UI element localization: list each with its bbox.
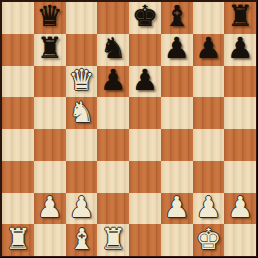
square-a8[interactable] (2, 2, 34, 34)
square-c2[interactable]: ♟ (66, 193, 98, 225)
white-pawn[interactable]: ♟ (195, 193, 221, 222)
white-pawn[interactable]: ♟ (37, 193, 63, 222)
square-c3[interactable] (66, 161, 98, 193)
black-king[interactable]: ♚ (132, 2, 158, 31)
square-g3[interactable] (193, 161, 225, 193)
square-f8[interactable]: ♝ (161, 2, 193, 34)
square-d4[interactable] (97, 129, 129, 161)
square-f4[interactable] (161, 129, 193, 161)
square-c1[interactable]: ♝ (66, 224, 98, 256)
board-grid: ♛♚♝♜♜♞♟♟♟♛♟♟♞♟♟♟♟♟♜♝♜♚ (2, 2, 256, 256)
square-c5[interactable]: ♞ (66, 97, 98, 129)
white-pawn[interactable]: ♟ (164, 193, 190, 222)
square-f7[interactable]: ♟ (161, 34, 193, 66)
square-e8[interactable]: ♚ (129, 2, 161, 34)
square-e2[interactable] (129, 193, 161, 225)
square-f3[interactable] (161, 161, 193, 193)
square-d6[interactable]: ♟ (97, 66, 129, 98)
square-g8[interactable] (193, 2, 225, 34)
square-h3[interactable] (224, 161, 256, 193)
square-c4[interactable] (66, 129, 98, 161)
square-f1[interactable] (161, 224, 193, 256)
black-rook[interactable]: ♜ (227, 2, 253, 31)
white-pawn[interactable]: ♟ (68, 193, 94, 222)
square-b6[interactable] (34, 66, 66, 98)
white-knight[interactable]: ♞ (68, 98, 94, 127)
square-e1[interactable] (129, 224, 161, 256)
white-queen[interactable]: ♛ (68, 66, 94, 95)
square-g7[interactable]: ♟ (193, 34, 225, 66)
black-rook[interactable]: ♜ (37, 34, 63, 63)
square-a6[interactable] (2, 66, 34, 98)
square-a2[interactable] (2, 193, 34, 225)
white-bishop[interactable]: ♝ (68, 225, 94, 254)
black-bishop[interactable]: ♝ (164, 2, 190, 31)
square-g4[interactable] (193, 129, 225, 161)
black-pawn[interactable]: ♟ (195, 34, 221, 63)
square-f2[interactable]: ♟ (161, 193, 193, 225)
square-d1[interactable]: ♜ (97, 224, 129, 256)
square-f5[interactable] (161, 97, 193, 129)
square-b4[interactable] (34, 129, 66, 161)
black-pawn[interactable]: ♟ (164, 34, 190, 63)
square-c8[interactable] (66, 2, 98, 34)
square-h7[interactable]: ♟ (224, 34, 256, 66)
white-pawn[interactable]: ♟ (227, 193, 253, 222)
black-queen[interactable]: ♛ (37, 2, 63, 31)
square-b1[interactable] (34, 224, 66, 256)
black-pawn[interactable]: ♟ (227, 34, 253, 63)
square-e5[interactable] (129, 97, 161, 129)
black-pawn[interactable]: ♟ (132, 66, 158, 95)
square-e6[interactable]: ♟ (129, 66, 161, 98)
square-g5[interactable] (193, 97, 225, 129)
square-d8[interactable] (97, 2, 129, 34)
white-rook[interactable]: ♜ (100, 225, 126, 254)
square-a5[interactable] (2, 97, 34, 129)
square-h8[interactable]: ♜ (224, 2, 256, 34)
square-e4[interactable] (129, 129, 161, 161)
square-a7[interactable] (2, 34, 34, 66)
square-h1[interactable] (224, 224, 256, 256)
black-pawn[interactable]: ♟ (100, 66, 126, 95)
square-c7[interactable] (66, 34, 98, 66)
square-e3[interactable] (129, 161, 161, 193)
square-b3[interactable] (34, 161, 66, 193)
square-h2[interactable]: ♟ (224, 193, 256, 225)
square-e7[interactable] (129, 34, 161, 66)
square-g1[interactable]: ♚ (193, 224, 225, 256)
square-b2[interactable]: ♟ (34, 193, 66, 225)
square-b5[interactable] (34, 97, 66, 129)
square-d2[interactable] (97, 193, 129, 225)
white-king[interactable]: ♚ (195, 225, 221, 254)
square-h5[interactable] (224, 97, 256, 129)
square-a4[interactable] (2, 129, 34, 161)
square-b8[interactable]: ♛ (34, 2, 66, 34)
square-b7[interactable]: ♜ (34, 34, 66, 66)
square-d3[interactable] (97, 161, 129, 193)
square-c6[interactable]: ♛ (66, 66, 98, 98)
square-a1[interactable]: ♜ (2, 224, 34, 256)
square-h4[interactable] (224, 129, 256, 161)
square-a3[interactable] (2, 161, 34, 193)
white-rook[interactable]: ♜ (5, 225, 31, 254)
chess-board: ♛♚♝♜♜♞♟♟♟♛♟♟♞♟♟♟♟♟♜♝♜♚ (0, 0, 258, 258)
square-g6[interactable] (193, 66, 225, 98)
square-h6[interactable] (224, 66, 256, 98)
square-f6[interactable] (161, 66, 193, 98)
square-g2[interactable]: ♟ (193, 193, 225, 225)
square-d7[interactable]: ♞ (97, 34, 129, 66)
square-d5[interactable] (97, 97, 129, 129)
black-knight[interactable]: ♞ (100, 34, 126, 63)
